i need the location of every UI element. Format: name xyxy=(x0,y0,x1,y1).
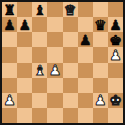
chess-board: ♜♝♛♟♟♛♟♟♚♟♝♟♟♟♚ xyxy=(2,2,123,123)
square-c4[interactable]: ♝ xyxy=(32,63,47,78)
square-h5[interactable]: ♟ xyxy=(108,47,123,62)
square-e2[interactable] xyxy=(63,93,78,108)
square-e5[interactable] xyxy=(63,47,78,62)
square-g7[interactable]: ♛ xyxy=(93,17,108,32)
piece-white-pawn[interactable]: ♟ xyxy=(94,93,107,107)
piece-black-bishop[interactable]: ♝ xyxy=(34,3,47,17)
square-d8[interactable] xyxy=(47,2,62,17)
piece-white-bishop[interactable]: ♝ xyxy=(34,63,47,77)
square-f2[interactable] xyxy=(78,93,93,108)
square-h2[interactable]: ♚ xyxy=(108,93,123,108)
piece-black-pawn[interactable]: ♟ xyxy=(109,18,122,32)
piece-black-pawn[interactable]: ♟ xyxy=(3,18,16,32)
piece-white-pawn[interactable]: ♟ xyxy=(3,93,16,107)
square-g8[interactable] xyxy=(93,2,108,17)
square-c7[interactable] xyxy=(32,17,47,32)
square-c2[interactable] xyxy=(32,93,47,108)
square-a1[interactable] xyxy=(2,108,17,123)
square-d1[interactable] xyxy=(47,108,62,123)
square-g3[interactable] xyxy=(93,78,108,93)
square-e7[interactable] xyxy=(63,17,78,32)
square-g1[interactable] xyxy=(93,108,108,123)
square-c3[interactable] xyxy=(32,78,47,93)
square-c1[interactable] xyxy=(32,108,47,123)
chess-board-frame: ♜♝♛♟♟♛♟♟♚♟♝♟♟♟♚ xyxy=(0,0,125,125)
square-f7[interactable] xyxy=(78,17,93,32)
square-h4[interactable] xyxy=(108,63,123,78)
square-f6[interactable]: ♟ xyxy=(78,32,93,47)
square-a3[interactable] xyxy=(2,78,17,93)
square-h6[interactable]: ♚ xyxy=(108,32,123,47)
piece-white-king[interactable]: ♚ xyxy=(109,93,122,107)
square-h1[interactable] xyxy=(108,108,123,123)
piece-white-queen[interactable]: ♛ xyxy=(64,3,77,17)
square-g5[interactable] xyxy=(93,47,108,62)
square-d2[interactable] xyxy=(47,93,62,108)
square-g2[interactable]: ♟ xyxy=(93,93,108,108)
square-e8[interactable]: ♛ xyxy=(63,2,78,17)
square-d3[interactable] xyxy=(47,78,62,93)
square-d5[interactable] xyxy=(47,47,62,62)
square-e3[interactable] xyxy=(63,78,78,93)
square-g4[interactable] xyxy=(93,63,108,78)
square-c6[interactable] xyxy=(32,32,47,47)
square-a2[interactable]: ♟ xyxy=(2,93,17,108)
square-d4[interactable]: ♟ xyxy=(47,63,62,78)
piece-black-king[interactable]: ♚ xyxy=(109,33,122,47)
piece-white-pawn[interactable]: ♟ xyxy=(49,63,62,77)
square-b6[interactable] xyxy=(17,32,32,47)
square-e4[interactable] xyxy=(63,63,78,78)
square-h3[interactable] xyxy=(108,78,123,93)
square-b5[interactable] xyxy=(17,47,32,62)
square-a7[interactable]: ♟ xyxy=(2,17,17,32)
piece-black-queen[interactable]: ♛ xyxy=(94,18,107,32)
piece-black-pawn[interactable]: ♟ xyxy=(79,33,92,47)
square-d7[interactable] xyxy=(47,17,62,32)
piece-black-pawn[interactable]: ♟ xyxy=(18,18,31,32)
square-b3[interactable] xyxy=(17,78,32,93)
square-e1[interactable] xyxy=(63,108,78,123)
square-h7[interactable]: ♟ xyxy=(108,17,123,32)
square-d6[interactable] xyxy=(47,32,62,47)
square-f1[interactable] xyxy=(78,108,93,123)
square-e6[interactable] xyxy=(63,32,78,47)
square-c5[interactable] xyxy=(32,47,47,62)
square-a5[interactable] xyxy=(2,47,17,62)
square-g6[interactable] xyxy=(93,32,108,47)
square-a6[interactable] xyxy=(2,32,17,47)
square-f5[interactable] xyxy=(78,47,93,62)
square-b8[interactable] xyxy=(17,2,32,17)
piece-white-pawn[interactable]: ♟ xyxy=(109,48,122,62)
square-a8[interactable]: ♜ xyxy=(2,2,17,17)
square-f3[interactable] xyxy=(78,78,93,93)
square-b1[interactable] xyxy=(17,108,32,123)
square-b7[interactable]: ♟ xyxy=(17,17,32,32)
square-b2[interactable] xyxy=(17,93,32,108)
piece-black-rook[interactable]: ♜ xyxy=(3,3,16,17)
square-b4[interactable] xyxy=(17,63,32,78)
square-f4[interactable] xyxy=(78,63,93,78)
square-h8[interactable] xyxy=(108,2,123,17)
square-f8[interactable] xyxy=(78,2,93,17)
square-c8[interactable]: ♝ xyxy=(32,2,47,17)
square-a4[interactable] xyxy=(2,63,17,78)
